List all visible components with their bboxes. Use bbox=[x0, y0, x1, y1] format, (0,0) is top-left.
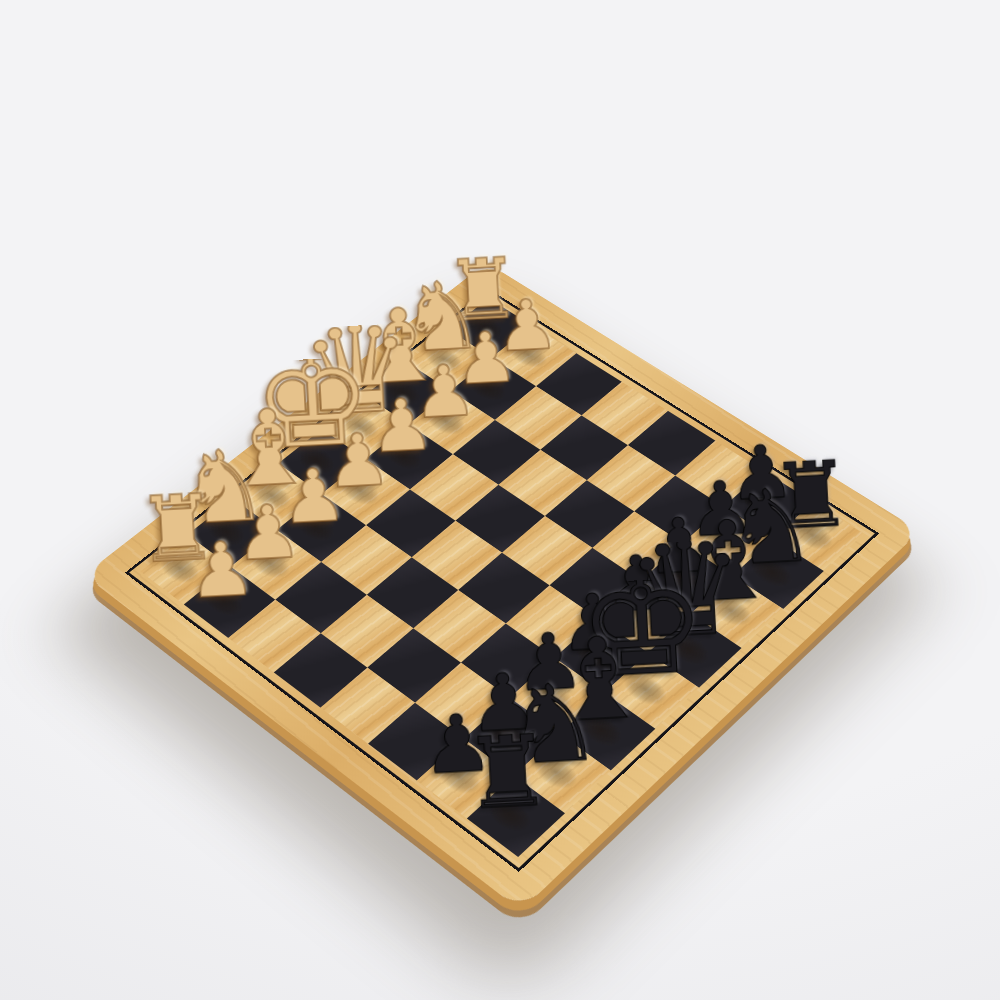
white-rook-a1: ♜ bbox=[405, 226, 559, 336]
chess-board: ♜♟♟♜♞♟♟♞♝♟♟♝♛♟♟♛♚♟♟♚♝♟♟♝♞♟♟♞♜♟♟♜ bbox=[84, 263, 920, 911]
board-scene: ♜♟♟♜♞♟♟♞♝♟♟♝♛♟♟♛♚♟♟♚♝♟♟♝♞♟♟♞♜♟♟♜ bbox=[0, 0, 1000, 1000]
board-grid: ♜♟♟♜♞♟♟♞♝♟♟♝♛♟♟♛♚♟♟♚♝♟♟♝♞♟♟♞♜♟♟♜ bbox=[140, 298, 863, 857]
square-f5 bbox=[413, 590, 505, 663]
square-h4 bbox=[274, 633, 368, 707]
square-h2: ♟ bbox=[184, 567, 275, 638]
photo-background: ♜♟♟♜♞♟♟♞♝♟♟♝♛♟♟♛♚♟♟♚♝♟♟♝♞♟♟♞♜♟♟♜ bbox=[0, 0, 1000, 1000]
piece-glyph: ♜ bbox=[443, 246, 522, 333]
square-e5 bbox=[458, 553, 549, 624]
board-border-frame: ♜♟♟♜♞♟♟♞♝♟♟♝♛♟♟♛♚♟♟♚♝♟♟♝♞♟♟♞♜♟♟♜ bbox=[125, 289, 879, 872]
